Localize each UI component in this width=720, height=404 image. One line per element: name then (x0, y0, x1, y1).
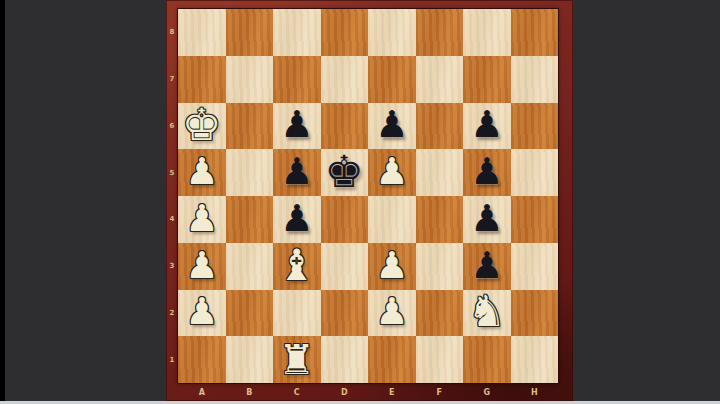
square-h6[interactable] (511, 103, 559, 150)
piece-black-pawn[interactable]: ♟ (375, 106, 408, 143)
square-a2[interactable]: ♟ (178, 290, 226, 337)
rank-label-6: 6 (166, 103, 178, 150)
file-label-g: G (463, 383, 511, 401)
file-label-f: F (416, 383, 464, 401)
piece-white-bishop[interactable]: ♝ (277, 244, 316, 287)
piece-white-pawn[interactable]: ♟ (375, 247, 408, 284)
piece-black-pawn[interactable]: ♟ (470, 106, 503, 143)
file-labels: ABCDEFGH (178, 383, 558, 401)
rank-label-7: 7 (166, 56, 178, 103)
square-e3[interactable]: ♟ (368, 243, 416, 290)
square-g8[interactable] (463, 9, 511, 56)
file-label-h: H (511, 383, 559, 401)
square-h5[interactable] (511, 149, 559, 196)
piece-black-pawn[interactable]: ♟ (280, 153, 313, 190)
file-label-a: A (178, 383, 226, 401)
file-label-b: B (226, 383, 274, 401)
rank-label-2: 2 (166, 290, 178, 337)
piece-white-king[interactable]: ♚ (182, 103, 221, 147)
square-f1[interactable] (416, 336, 464, 383)
square-d8[interactable] (321, 9, 369, 56)
square-g2[interactable]: ♞ (463, 290, 511, 337)
piece-white-pawn[interactable]: ♟ (375, 293, 408, 330)
square-e1[interactable] (368, 336, 416, 383)
square-b6[interactable] (226, 103, 274, 150)
piece-white-pawn[interactable]: ♟ (375, 153, 408, 190)
file-label-c: C (273, 383, 321, 401)
square-d7[interactable] (321, 56, 369, 103)
piece-white-pawn[interactable]: ♟ (185, 293, 218, 330)
square-e2[interactable]: ♟ (368, 290, 416, 337)
square-b2[interactable] (226, 290, 274, 337)
square-b1[interactable] (226, 336, 274, 383)
piece-white-pawn[interactable]: ♟ (185, 200, 218, 237)
square-g5[interactable]: ♟ (463, 149, 511, 196)
square-b5[interactable] (226, 149, 274, 196)
square-e6[interactable]: ♟ (368, 103, 416, 150)
file-label-d: D (321, 383, 369, 401)
square-g1[interactable] (463, 336, 511, 383)
square-a6[interactable]: ♚ (178, 103, 226, 150)
square-c5[interactable]: ♟ (273, 149, 321, 196)
piece-black-king[interactable]: ♚ (325, 150, 364, 194)
square-d6[interactable] (321, 103, 369, 150)
square-h8[interactable] (511, 9, 559, 56)
file-label-e: E (368, 383, 416, 401)
piece-white-knight[interactable]: ♞ (467, 290, 506, 333)
square-f8[interactable] (416, 9, 464, 56)
square-a5[interactable]: ♟ (178, 149, 226, 196)
board-grid: ♚♟♟♟♟♟♚♟♟♟♟♟♟♝♟♟♟♟♞♜ (178, 9, 558, 383)
square-g7[interactable] (463, 56, 511, 103)
square-f6[interactable] (416, 103, 464, 150)
square-d3[interactable] (321, 243, 369, 290)
rank-label-8: 8 (166, 9, 178, 56)
square-b8[interactable] (226, 9, 274, 56)
square-c8[interactable] (273, 9, 321, 56)
square-c7[interactable] (273, 56, 321, 103)
square-e7[interactable] (368, 56, 416, 103)
rank-label-5: 5 (166, 149, 178, 196)
square-d5[interactable]: ♚ (321, 149, 369, 196)
square-h2[interactable] (511, 290, 559, 337)
square-h7[interactable] (511, 56, 559, 103)
square-e4[interactable] (368, 196, 416, 243)
square-b4[interactable] (226, 196, 274, 243)
square-g3[interactable]: ♟ (463, 243, 511, 290)
chess-board: 87654321 ♚♟♟♟♟♟♚♟♟♟♟♟♟♝♟♟♟♟♞♜ ABCDEFGH (166, 0, 573, 401)
square-c2[interactable] (273, 290, 321, 337)
square-b3[interactable] (226, 243, 274, 290)
rank-label-3: 3 (166, 243, 178, 290)
piece-white-pawn[interactable]: ♟ (185, 153, 218, 190)
square-f2[interactable] (416, 290, 464, 337)
piece-black-pawn[interactable]: ♟ (470, 153, 503, 190)
piece-white-rook[interactable]: ♜ (278, 340, 315, 381)
square-h3[interactable] (511, 243, 559, 290)
square-d2[interactable] (321, 290, 369, 337)
square-e8[interactable] (368, 9, 416, 56)
rank-label-1: 1 (166, 336, 178, 383)
square-a3[interactable]: ♟ (178, 243, 226, 290)
square-c4[interactable]: ♟ (273, 196, 321, 243)
left-black-strip (0, 0, 5, 404)
piece-black-pawn[interactable]: ♟ (280, 200, 313, 237)
rank-label-4: 4 (166, 196, 178, 243)
square-a1[interactable] (178, 336, 226, 383)
square-a7[interactable] (178, 56, 226, 103)
square-c3[interactable]: ♝ (273, 243, 321, 290)
square-f3[interactable] (416, 243, 464, 290)
square-c6[interactable]: ♟ (273, 103, 321, 150)
piece-black-pawn[interactable]: ♟ (470, 247, 503, 284)
square-b7[interactable] (226, 56, 274, 103)
piece-white-pawn[interactable]: ♟ (185, 247, 218, 284)
square-e5[interactable]: ♟ (368, 149, 416, 196)
square-a8[interactable] (178, 9, 226, 56)
square-d1[interactable] (321, 336, 369, 383)
square-h4[interactable] (511, 196, 559, 243)
rank-labels: 87654321 (166, 9, 178, 383)
piece-black-pawn[interactable]: ♟ (280, 106, 313, 143)
square-f5[interactable] (416, 149, 464, 196)
square-f4[interactable] (416, 196, 464, 243)
square-g4[interactable]: ♟ (463, 196, 511, 243)
piece-black-pawn[interactable]: ♟ (470, 200, 503, 237)
square-f7[interactable] (416, 56, 464, 103)
square-a4[interactable]: ♟ (178, 196, 226, 243)
square-d4[interactable] (321, 196, 369, 243)
square-h1[interactable] (511, 336, 559, 383)
square-c1[interactable]: ♜ (273, 336, 321, 383)
square-g6[interactable]: ♟ (463, 103, 511, 150)
